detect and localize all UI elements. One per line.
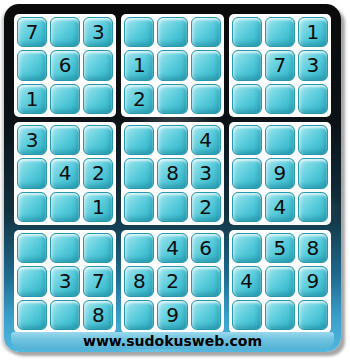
cell-r4c5[interactable] bbox=[157, 125, 187, 155]
cell-r3c6[interactable] bbox=[191, 84, 221, 114]
cell-r6c3[interactable]: 1 bbox=[83, 192, 113, 222]
cell-r5c7[interactable] bbox=[232, 158, 262, 188]
cell-r9c9[interactable] bbox=[298, 300, 328, 330]
cell-r8c6[interactable] bbox=[191, 266, 221, 296]
sudoku-box: 46829 bbox=[121, 230, 223, 333]
cell-r2c3[interactable] bbox=[83, 50, 113, 80]
cell-r1c1[interactable]: 7 bbox=[17, 17, 47, 47]
cell-r6c7[interactable] bbox=[232, 192, 262, 222]
cell-r1c7[interactable] bbox=[232, 17, 262, 47]
cell-r1c8[interactable] bbox=[265, 17, 295, 47]
cell-r7c6[interactable]: 6 bbox=[191, 233, 221, 263]
cell-r3c2[interactable] bbox=[50, 84, 80, 114]
sudoku-box: 7361 bbox=[14, 14, 116, 117]
cell-r7c5[interactable]: 4 bbox=[157, 233, 187, 263]
sudoku-box: 5849 bbox=[229, 230, 331, 333]
sudoku-image: 7361 12 173 3421 4832 94 378 46829 5849 … bbox=[0, 0, 350, 360]
cell-r2c1[interactable] bbox=[17, 50, 47, 80]
cell-r5c5[interactable]: 8 bbox=[157, 158, 187, 188]
cell-r2c4[interactable]: 1 bbox=[124, 50, 154, 80]
cell-r8c8[interactable] bbox=[265, 266, 295, 296]
sudoku-board: 7361 12 173 3421 4832 94 378 46829 5849 bbox=[14, 14, 331, 333]
cell-r1c5[interactable] bbox=[157, 17, 187, 47]
cell-r9c1[interactable] bbox=[17, 300, 47, 330]
cell-r3c5[interactable] bbox=[157, 84, 187, 114]
cell-r9c2[interactable] bbox=[50, 300, 80, 330]
cell-r7c8[interactable]: 5 bbox=[265, 233, 295, 263]
cell-r1c6[interactable] bbox=[191, 17, 221, 47]
cell-r8c5[interactable]: 2 bbox=[157, 266, 187, 296]
cell-r2c2[interactable]: 6 bbox=[50, 50, 80, 80]
cell-r9c6[interactable] bbox=[191, 300, 221, 330]
cell-r1c3[interactable]: 3 bbox=[83, 17, 113, 47]
cell-r8c1[interactable] bbox=[17, 266, 47, 296]
cell-r2c5[interactable] bbox=[157, 50, 187, 80]
sudoku-box: 94 bbox=[229, 122, 331, 225]
sudoku-box: 12 bbox=[121, 14, 223, 117]
cell-r4c6[interactable]: 4 bbox=[191, 125, 221, 155]
cell-r7c2[interactable] bbox=[50, 233, 80, 263]
cell-r5c9[interactable] bbox=[298, 158, 328, 188]
cell-r9c4[interactable] bbox=[124, 300, 154, 330]
cell-r4c3[interactable] bbox=[83, 125, 113, 155]
cell-r4c7[interactable] bbox=[232, 125, 262, 155]
cell-r6c5[interactable] bbox=[157, 192, 187, 222]
cell-r6c2[interactable] bbox=[50, 192, 80, 222]
cell-r3c1[interactable]: 1 bbox=[17, 84, 47, 114]
sudoku-box: 3421 bbox=[14, 122, 116, 225]
cell-r7c7[interactable] bbox=[232, 233, 262, 263]
cell-r5c1[interactable] bbox=[17, 158, 47, 188]
cell-r8c2[interactable]: 3 bbox=[50, 266, 80, 296]
cell-r3c4[interactable]: 2 bbox=[124, 84, 154, 114]
cell-r2c8[interactable]: 7 bbox=[265, 50, 295, 80]
cell-r1c4[interactable] bbox=[124, 17, 154, 47]
cell-r6c6[interactable]: 2 bbox=[191, 192, 221, 222]
cell-r8c9[interactable]: 9 bbox=[298, 266, 328, 296]
cell-r4c8[interactable] bbox=[265, 125, 295, 155]
cell-r6c9[interactable] bbox=[298, 192, 328, 222]
cell-r5c6[interactable]: 3 bbox=[191, 158, 221, 188]
cell-r8c4[interactable]: 8 bbox=[124, 266, 154, 296]
cell-r7c4[interactable] bbox=[124, 233, 154, 263]
cell-r4c1[interactable]: 3 bbox=[17, 125, 47, 155]
footer-bar: www.sudokusweb.com bbox=[11, 332, 334, 349]
sudoku-box: 4832 bbox=[121, 122, 223, 225]
cell-r7c9[interactable]: 8 bbox=[298, 233, 328, 263]
cell-r7c3[interactable] bbox=[83, 233, 113, 263]
cell-r4c9[interactable] bbox=[298, 125, 328, 155]
cell-r8c3[interactable]: 7 bbox=[83, 266, 113, 296]
cell-r8c7[interactable]: 4 bbox=[232, 266, 262, 296]
cell-r4c4[interactable] bbox=[124, 125, 154, 155]
cell-r3c8[interactable] bbox=[265, 84, 295, 114]
cell-r1c9[interactable]: 1 bbox=[298, 17, 328, 47]
cell-r3c7[interactable] bbox=[232, 84, 262, 114]
website-url: www.sudokusweb.com bbox=[83, 333, 262, 349]
cell-r1c2[interactable] bbox=[50, 17, 80, 47]
cell-r9c5[interactable]: 9 bbox=[157, 300, 187, 330]
sudoku-box: 173 bbox=[229, 14, 331, 117]
cell-r2c9[interactable]: 3 bbox=[298, 50, 328, 80]
cell-r5c3[interactable]: 2 bbox=[83, 158, 113, 188]
cell-r5c4[interactable] bbox=[124, 158, 154, 188]
cell-r6c1[interactable] bbox=[17, 192, 47, 222]
cell-r5c8[interactable]: 9 bbox=[265, 158, 295, 188]
cell-r3c3[interactable] bbox=[83, 84, 113, 114]
cell-r6c8[interactable]: 4 bbox=[265, 192, 295, 222]
cell-r2c7[interactable] bbox=[232, 50, 262, 80]
cell-r9c3[interactable]: 8 bbox=[83, 300, 113, 330]
cell-r9c8[interactable] bbox=[265, 300, 295, 330]
cell-r6c4[interactable] bbox=[124, 192, 154, 222]
cell-r7c1[interactable] bbox=[17, 233, 47, 263]
cell-r2c6[interactable] bbox=[191, 50, 221, 80]
board-frame: 7361 12 173 3421 4832 94 378 46829 5849 … bbox=[4, 4, 341, 352]
cell-r4c2[interactable] bbox=[50, 125, 80, 155]
cell-r9c7[interactable] bbox=[232, 300, 262, 330]
cell-r5c2[interactable]: 4 bbox=[50, 158, 80, 188]
cell-r3c9[interactable] bbox=[298, 84, 328, 114]
sudoku-box: 378 bbox=[14, 230, 116, 333]
